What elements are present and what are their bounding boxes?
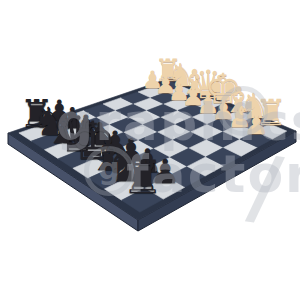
chessboard-illustration: ♜♟♞♟♝♟♛♚♟♝♟♞♟♟♜♟♟♜♟♟♞♟♝♟♛♟♚♟♝♟♞♜ graphic… (0, 0, 300, 300)
piece-black-rook[interactable]: ♜ (122, 154, 163, 200)
piece-white-pawn[interactable]: ♟ (244, 111, 269, 139)
